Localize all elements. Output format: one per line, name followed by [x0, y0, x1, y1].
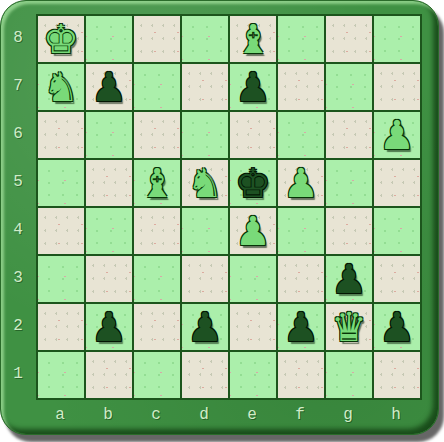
square-c4[interactable]: [134, 208, 180, 254]
rank-label-1: 1: [0, 350, 36, 398]
chess-board: ♚♝♞♟♟♟♝♞♚♟♟♟♟♟♟♛♟: [36, 14, 422, 400]
square-c3[interactable]: [134, 256, 180, 302]
rank-label-8: 8: [0, 14, 36, 62]
file-label-a: a: [36, 402, 84, 428]
square-d4[interactable]: [182, 208, 228, 254]
square-a2[interactable]: [38, 304, 84, 350]
square-a3[interactable]: [38, 256, 84, 302]
square-g1[interactable]: [326, 352, 372, 398]
square-d7[interactable]: [182, 64, 228, 110]
square-b4[interactable]: [86, 208, 132, 254]
square-a1[interactable]: [38, 352, 84, 398]
rank-label-2: 2: [0, 302, 36, 350]
square-a6[interactable]: [38, 112, 84, 158]
square-b2[interactable]: ♟: [86, 304, 132, 350]
square-h8[interactable]: [374, 16, 420, 62]
chess-app: 87654321 abcdefgh ♚♝♞♟♟♟♝♞♚♟♟♟♟♟♟♛♟: [0, 0, 444, 442]
black-pawn-f2[interactable]: ♟: [278, 304, 324, 350]
square-h5[interactable]: [374, 160, 420, 206]
white-knight-a7[interactable]: ♞: [38, 64, 84, 110]
square-a4[interactable]: [38, 208, 84, 254]
black-pawn-d2[interactable]: ♟: [182, 304, 228, 350]
rank-label-6: 6: [0, 110, 36, 158]
square-e6[interactable]: [230, 112, 276, 158]
square-b5[interactable]: [86, 160, 132, 206]
square-g6[interactable]: [326, 112, 372, 158]
square-b7[interactable]: ♟: [86, 64, 132, 110]
square-c6[interactable]: [134, 112, 180, 158]
square-h1[interactable]: [374, 352, 420, 398]
square-e8[interactable]: ♝: [230, 16, 276, 62]
square-e3[interactable]: [230, 256, 276, 302]
rank-label-7: 7: [0, 62, 36, 110]
square-g4[interactable]: [326, 208, 372, 254]
white-bishop-e8[interactable]: ♝: [230, 16, 276, 62]
square-b1[interactable]: [86, 352, 132, 398]
square-g8[interactable]: [326, 16, 372, 62]
file-label-c: c: [132, 402, 180, 428]
white-bishop-c5[interactable]: ♝: [134, 160, 180, 206]
square-f7[interactable]: [278, 64, 324, 110]
square-h3[interactable]: [374, 256, 420, 302]
square-c8[interactable]: [134, 16, 180, 62]
file-label-g: g: [324, 402, 372, 428]
white-knight-d5[interactable]: ♞: [182, 160, 228, 206]
square-b6[interactable]: [86, 112, 132, 158]
black-pawn-b2[interactable]: ♟: [86, 304, 132, 350]
square-e1[interactable]: [230, 352, 276, 398]
rank-label-3: 3: [0, 254, 36, 302]
file-label-b: b: [84, 402, 132, 428]
file-label-f: f: [276, 402, 324, 428]
square-b3[interactable]: [86, 256, 132, 302]
square-e2[interactable]: [230, 304, 276, 350]
file-label-d: d: [180, 402, 228, 428]
white-pawn-f5[interactable]: ♟: [278, 160, 324, 206]
square-f5[interactable]: ♟: [278, 160, 324, 206]
square-c7[interactable]: [134, 64, 180, 110]
black-pawn-g3[interactable]: ♟: [326, 256, 372, 302]
square-d1[interactable]: [182, 352, 228, 398]
square-a5[interactable]: [38, 160, 84, 206]
square-f3[interactable]: [278, 256, 324, 302]
rank-label-5: 5: [0, 158, 36, 206]
square-f1[interactable]: [278, 352, 324, 398]
square-c2[interactable]: [134, 304, 180, 350]
square-c5[interactable]: ♝: [134, 160, 180, 206]
white-queen-g2[interactable]: ♛: [326, 304, 372, 350]
square-h6[interactable]: ♟: [374, 112, 420, 158]
square-c1[interactable]: [134, 352, 180, 398]
square-a8[interactable]: ♚: [38, 16, 84, 62]
file-label-h: h: [372, 402, 420, 428]
black-pawn-e7[interactable]: ♟: [230, 64, 276, 110]
square-h7[interactable]: [374, 64, 420, 110]
white-king-a8[interactable]: ♚: [38, 16, 84, 62]
square-d8[interactable]: [182, 16, 228, 62]
square-h4[interactable]: [374, 208, 420, 254]
square-d3[interactable]: [182, 256, 228, 302]
square-f6[interactable]: [278, 112, 324, 158]
square-d5[interactable]: ♞: [182, 160, 228, 206]
white-pawn-h6[interactable]: ♟: [374, 112, 420, 158]
rank-labels: 87654321: [0, 14, 36, 398]
square-a7[interactable]: ♞: [38, 64, 84, 110]
square-e5[interactable]: ♚: [230, 160, 276, 206]
square-e7[interactable]: ♟: [230, 64, 276, 110]
black-king-e5[interactable]: ♚: [230, 160, 276, 206]
square-g3[interactable]: ♟: [326, 256, 372, 302]
square-g2[interactable]: ♛: [326, 304, 372, 350]
square-h2[interactable]: ♟: [374, 304, 420, 350]
square-f8[interactable]: [278, 16, 324, 62]
black-pawn-b7[interactable]: ♟: [86, 64, 132, 110]
square-d2[interactable]: ♟: [182, 304, 228, 350]
square-f4[interactable]: [278, 208, 324, 254]
square-e4[interactable]: ♟: [230, 208, 276, 254]
square-b8[interactable]: [86, 16, 132, 62]
rank-label-4: 4: [0, 206, 36, 254]
square-f2[interactable]: ♟: [278, 304, 324, 350]
file-label-e: e: [228, 402, 276, 428]
white-pawn-e4[interactable]: ♟: [230, 208, 276, 254]
square-g7[interactable]: [326, 64, 372, 110]
black-pawn-h2[interactable]: ♟: [374, 304, 420, 350]
file-labels: abcdefgh: [36, 402, 424, 428]
square-d6[interactable]: [182, 112, 228, 158]
square-g5[interactable]: [326, 160, 372, 206]
